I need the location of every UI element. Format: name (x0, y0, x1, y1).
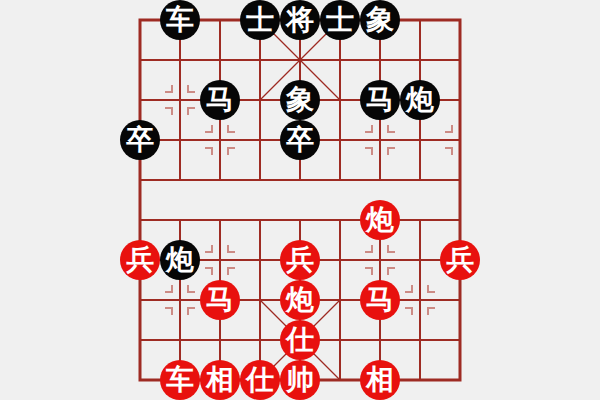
piece-black-horse[interactable]: 马 (360, 80, 400, 120)
piece-black-advisor[interactable]: 士 (240, 0, 280, 40)
pieces-layer: 车士将士象马象马炮卒卒炮炮兵兵兵马炮马仕车相仕帅相 (120, 0, 480, 400)
piece-black-advisor[interactable]: 士 (320, 0, 360, 40)
piece-black-cannon[interactable]: 炮 (160, 240, 200, 280)
piece-black-soldier[interactable]: 卒 (280, 120, 320, 160)
piece-red-soldier[interactable]: 兵 (120, 240, 160, 280)
piece-red-elephant[interactable]: 相 (200, 360, 240, 400)
piece-red-chariot[interactable]: 车 (160, 360, 200, 400)
xiangqi-board: 车士将士象马象马炮卒卒炮炮兵兵兵马炮马仕车相仕帅相 (0, 0, 600, 400)
piece-red-soldier[interactable]: 兵 (440, 240, 480, 280)
piece-black-cannon[interactable]: 炮 (400, 80, 440, 120)
piece-red-advisor[interactable]: 仕 (280, 320, 320, 360)
piece-red-cannon[interactable]: 炮 (280, 280, 320, 320)
piece-red-general[interactable]: 帅 (280, 360, 320, 400)
piece-black-horse[interactable]: 马 (200, 80, 240, 120)
piece-black-soldier[interactable]: 卒 (120, 120, 160, 160)
piece-red-cannon[interactable]: 炮 (360, 200, 400, 240)
piece-red-soldier[interactable]: 兵 (280, 240, 320, 280)
piece-red-advisor[interactable]: 仕 (240, 360, 280, 400)
piece-red-elephant[interactable]: 相 (360, 360, 400, 400)
piece-black-elephant[interactable]: 象 (360, 0, 400, 40)
piece-black-general[interactable]: 将 (280, 0, 320, 40)
piece-red-horse[interactable]: 马 (200, 280, 240, 320)
piece-black-elephant[interactable]: 象 (280, 80, 320, 120)
piece-black-chariot[interactable]: 车 (160, 0, 200, 40)
piece-red-horse[interactable]: 马 (360, 280, 400, 320)
